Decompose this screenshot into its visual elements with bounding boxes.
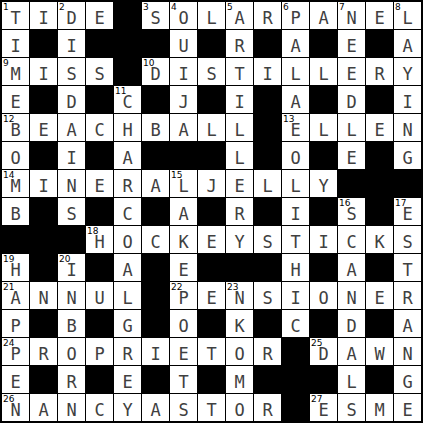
letter-cell[interactable]: R: [226, 30, 253, 57]
cell-letter: S: [58, 202, 85, 225]
letter-cell[interactable]: L: [198, 114, 225, 141]
cell-letter: L: [114, 286, 141, 309]
cell-letter: S: [338, 398, 365, 421]
cell-letter: I: [394, 90, 421, 113]
letter-cell[interactable]: S: [86, 58, 113, 85]
letter-cell[interactable]: I: [170, 58, 197, 85]
black-cell: [142, 30, 169, 57]
black-cell: [86, 198, 113, 225]
black-cell: [86, 366, 113, 393]
crossword-grid: 1TI2DE3S4OL5AR6PA7NE8LIIURAEA9MISS10DIST…: [0, 0, 423, 423]
letter-cell[interactable]: O: [310, 282, 337, 309]
letter-cell[interactable]: B: [58, 310, 85, 337]
letter-cell[interactable]: R: [254, 338, 281, 365]
cell-letter: E: [282, 118, 309, 141]
letter-cell[interactable]: Y: [310, 170, 337, 197]
black-cell: [282, 366, 309, 393]
letter-cell[interactable]: 10D: [142, 58, 169, 85]
letter-cell[interactable]: O: [226, 338, 253, 365]
cell-letter: E: [226, 174, 253, 197]
letter-cell[interactable]: E: [2, 86, 29, 113]
letter-cell[interactable]: J: [170, 86, 197, 113]
letter-cell[interactable]: A: [30, 394, 57, 421]
cell-letter: A: [114, 146, 141, 169]
letter-cell[interactable]: E: [366, 282, 393, 309]
black-cell: [30, 226, 57, 253]
letter-cell[interactable]: T: [394, 254, 421, 281]
letter-cell[interactable]: L: [198, 2, 225, 29]
letter-cell[interactable]: O: [2, 142, 29, 169]
black-cell: [86, 254, 113, 281]
cell-letter: P: [282, 6, 309, 29]
letter-cell[interactable]: 8L: [394, 2, 421, 29]
letter-cell[interactable]: L: [338, 366, 365, 393]
cell-letter: A: [170, 202, 197, 225]
letter-cell[interactable]: I: [282, 282, 309, 309]
letter-cell[interactable]: A: [142, 394, 169, 421]
letter-cell[interactable]: D: [58, 86, 85, 113]
black-cell: [254, 30, 281, 57]
black-cell: [254, 254, 281, 281]
letter-cell[interactable]: U: [170, 30, 197, 57]
cell-letter: E: [114, 370, 141, 393]
cell-letter: S: [86, 62, 113, 85]
cell-letter: H: [282, 258, 309, 281]
black-cell: [114, 58, 141, 85]
cell-letter: C: [114, 202, 141, 225]
letter-cell[interactable]: N: [394, 338, 421, 365]
cell-letter: I: [30, 6, 57, 29]
cell-letter: L: [310, 118, 337, 141]
letter-cell[interactable]: R: [394, 282, 421, 309]
letter-cell[interactable]: 17E: [394, 198, 421, 225]
letter-cell[interactable]: S: [254, 226, 281, 253]
letter-cell[interactable]: E: [86, 2, 113, 29]
cell-letter: S: [394, 230, 421, 253]
black-cell: [30, 198, 57, 225]
letter-cell[interactable]: O: [170, 310, 197, 337]
letter-cell[interactable]: E: [198, 282, 225, 309]
letter-cell[interactable]: E: [30, 114, 57, 141]
cell-letter: C: [282, 314, 309, 337]
letter-cell[interactable]: M: [366, 394, 393, 421]
cell-letter: T: [198, 398, 225, 421]
letter-cell[interactable]: 3S: [142, 2, 169, 29]
cell-letter: E: [86, 174, 113, 197]
letter-cell[interactable]: R: [366, 58, 393, 85]
cell-letter: R: [254, 342, 281, 365]
cell-letter: C: [142, 230, 169, 253]
cell-letter: I: [2, 34, 29, 57]
letter-cell[interactable]: I: [282, 198, 309, 225]
letter-cell[interactable]: T: [282, 226, 309, 253]
black-cell: [86, 30, 113, 57]
cell-letter: C: [114, 90, 141, 113]
cell-letter: E: [170, 342, 197, 365]
letter-cell[interactable]: A: [282, 30, 309, 57]
black-cell: [198, 198, 225, 225]
letter-cell[interactable]: A: [282, 86, 309, 113]
cell-letter: S: [142, 6, 169, 29]
black-cell: [366, 30, 393, 57]
cell-letter: N: [58, 398, 85, 421]
letter-cell[interactable]: K: [366, 226, 393, 253]
letter-cell[interactable]: N: [394, 114, 421, 141]
cell-letter: E: [366, 118, 393, 141]
cell-letter: H: [114, 118, 141, 141]
black-cell: [198, 30, 225, 57]
cell-letter: W: [366, 342, 393, 365]
letter-cell[interactable]: 25D: [310, 338, 337, 365]
letter-cell[interactable]: I: [30, 2, 57, 29]
cell-letter: S: [198, 62, 225, 85]
letter-cell[interactable]: O: [282, 142, 309, 169]
letter-cell[interactable]: A: [394, 310, 421, 337]
letter-cell[interactable]: E: [394, 394, 421, 421]
cell-letter: A: [394, 34, 421, 57]
cell-letter: D: [338, 314, 365, 337]
cell-letter: T: [282, 230, 309, 253]
letter-cell[interactable]: A: [170, 198, 197, 225]
letter-cell[interactable]: 2D: [58, 2, 85, 29]
letter-cell[interactable]: I: [58, 142, 85, 169]
letter-cell[interactable]: M: [226, 366, 253, 393]
letter-cell[interactable]: N: [30, 282, 57, 309]
letter-cell[interactable]: Y: [226, 226, 253, 253]
black-cell: [86, 142, 113, 169]
letter-cell[interactable]: R: [254, 394, 281, 421]
cell-letter: O: [226, 398, 253, 421]
letter-cell[interactable]: E: [114, 366, 141, 393]
black-cell: [366, 366, 393, 393]
letter-cell[interactable]: G: [114, 310, 141, 337]
letter-cell[interactable]: A: [114, 142, 141, 169]
black-cell: [394, 170, 421, 197]
letter-cell[interactable]: I: [2, 30, 29, 57]
cell-letter: L: [254, 174, 281, 197]
black-cell: [142, 86, 169, 113]
cell-letter: I: [30, 62, 57, 85]
letter-cell[interactable]: G: [394, 366, 421, 393]
letter-cell[interactable]: L: [226, 142, 253, 169]
letter-cell[interactable]: A: [338, 254, 365, 281]
cell-letter: S: [170, 398, 197, 421]
cell-letter: A: [338, 258, 365, 281]
black-cell: [310, 30, 337, 57]
black-cell: [58, 226, 85, 253]
cell-letter: M: [2, 174, 29, 197]
letter-cell[interactable]: L: [254, 170, 281, 197]
black-cell: [30, 310, 57, 337]
letter-cell[interactable]: 26N: [2, 394, 29, 421]
letter-cell[interactable]: S: [254, 282, 281, 309]
letter-cell[interactable]: C: [338, 226, 365, 253]
letter-cell[interactable]: 7N: [338, 2, 365, 29]
letter-cell[interactable]: A: [310, 2, 337, 29]
black-cell: [30, 254, 57, 281]
black-cell: [254, 142, 281, 169]
cell-letter: T: [394, 258, 421, 281]
cell-letter: A: [30, 398, 57, 421]
letter-cell[interactable]: S: [394, 226, 421, 253]
letter-cell[interactable]: A: [338, 338, 365, 365]
letter-cell[interactable]: R: [226, 198, 253, 225]
letter-cell[interactable]: 23N: [226, 282, 253, 309]
cell-letter: O: [58, 342, 85, 365]
letter-cell[interactable]: L: [310, 114, 337, 141]
letter-cell[interactable]: 11C: [114, 86, 141, 113]
cell-letter: N: [2, 398, 29, 421]
letter-cell[interactable]: Y: [114, 394, 141, 421]
cell-letter: H: [86, 230, 113, 253]
letter-cell[interactable]: I: [254, 58, 281, 85]
letter-cell[interactable]: D: [338, 310, 365, 337]
letter-cell[interactable]: A: [142, 170, 169, 197]
letter-cell[interactable]: R: [254, 2, 281, 29]
letter-cell[interactable]: B: [142, 114, 169, 141]
cell-letter: A: [142, 174, 169, 197]
letter-cell[interactable]: E: [366, 2, 393, 29]
cell-letter: P: [170, 286, 197, 309]
black-cell: [366, 254, 393, 281]
black-cell: [366, 310, 393, 337]
letter-cell[interactable]: L: [338, 114, 365, 141]
letter-cell[interactable]: R: [30, 338, 57, 365]
cell-letter: E: [170, 258, 197, 281]
letter-cell[interactable]: 1T: [2, 2, 29, 29]
cell-letter: L: [198, 118, 225, 141]
letter-cell[interactable]: N: [58, 170, 85, 197]
letter-cell[interactable]: 24P: [2, 338, 29, 365]
letter-cell[interactable]: T: [170, 366, 197, 393]
cell-letter: Y: [226, 230, 253, 253]
black-cell: [366, 198, 393, 225]
letter-cell[interactable]: 14M: [2, 170, 29, 197]
letter-cell[interactable]: E: [198, 226, 225, 253]
cell-letter: N: [58, 286, 85, 309]
letter-cell[interactable]: A: [394, 30, 421, 57]
letter-cell[interactable]: D: [338, 86, 365, 113]
letter-cell[interactable]: 4O: [170, 2, 197, 29]
cell-letter: E: [198, 230, 225, 253]
black-cell: [142, 198, 169, 225]
cell-letter: I: [170, 62, 197, 85]
black-cell: [142, 366, 169, 393]
cell-letter: R: [226, 202, 253, 225]
letter-cell[interactable]: L: [114, 282, 141, 309]
cell-letter: M: [366, 398, 393, 421]
letter-cell[interactable]: O: [114, 226, 141, 253]
letter-cell[interactable]: E: [170, 338, 197, 365]
cell-letter: D: [58, 6, 85, 29]
letter-cell[interactable]: I: [226, 86, 253, 113]
cell-letter: C: [338, 230, 365, 253]
letter-cell[interactable]: B: [2, 198, 29, 225]
letter-cell[interactable]: W: [366, 338, 393, 365]
letter-cell[interactable]: C: [86, 114, 113, 141]
cell-letter: L: [394, 6, 421, 29]
letter-cell[interactable]: A: [170, 114, 197, 141]
black-cell: [142, 254, 169, 281]
letter-cell[interactable]: S: [170, 394, 197, 421]
letter-cell[interactable]: E: [338, 30, 365, 57]
cell-letter: S: [338, 202, 365, 225]
cell-letter: R: [30, 342, 57, 365]
letter-cell[interactable]: K: [170, 226, 197, 253]
letter-cell[interactable]: R: [114, 170, 141, 197]
cell-letter: L: [338, 370, 365, 393]
black-cell: [226, 254, 253, 281]
letter-cell[interactable]: E: [338, 142, 365, 169]
cell-letter: Y: [394, 62, 421, 85]
black-cell: [30, 30, 57, 57]
letter-cell[interactable]: 16S: [338, 198, 365, 225]
cell-letter: L: [170, 174, 197, 197]
letter-cell[interactable]: O: [226, 394, 253, 421]
cell-letter: E: [338, 62, 365, 85]
letter-cell[interactable]: H: [282, 254, 309, 281]
cell-letter: N: [338, 286, 365, 309]
cell-letter: R: [254, 398, 281, 421]
letter-cell[interactable]: A: [58, 114, 85, 141]
letter-cell[interactable]: 18H: [86, 226, 113, 253]
cell-letter: A: [310, 6, 337, 29]
letter-cell[interactable]: E: [170, 254, 197, 281]
letter-cell[interactable]: T: [198, 394, 225, 421]
cell-letter: C: [86, 118, 113, 141]
letter-cell[interactable]: P: [2, 310, 29, 337]
letter-cell[interactable]: P: [86, 338, 113, 365]
black-cell: [310, 310, 337, 337]
cell-letter: N: [226, 286, 253, 309]
letter-cell[interactable]: H: [114, 114, 141, 141]
black-cell: [310, 366, 337, 393]
letter-cell[interactable]: O: [58, 338, 85, 365]
cell-letter: A: [338, 342, 365, 365]
black-cell: [30, 86, 57, 113]
letter-cell[interactable]: U: [86, 282, 113, 309]
cell-letter: J: [198, 174, 225, 197]
letter-cell[interactable]: N: [58, 394, 85, 421]
letter-cell[interactable]: I: [394, 86, 421, 113]
letter-cell[interactable]: I: [30, 170, 57, 197]
letter-cell[interactable]: E: [86, 170, 113, 197]
letter-cell[interactable]: S: [198, 58, 225, 85]
black-cell: [282, 338, 309, 365]
cell-letter: N: [394, 342, 421, 365]
cell-letter: E: [394, 202, 421, 225]
cell-letter: A: [226, 6, 253, 29]
cell-letter: O: [282, 146, 309, 169]
letter-cell[interactable]: Y: [394, 58, 421, 85]
letter-cell[interactable]: E: [338, 58, 365, 85]
cell-letter: S: [58, 62, 85, 85]
letter-cell[interactable]: K: [226, 310, 253, 337]
letter-cell[interactable]: N: [58, 282, 85, 309]
letter-cell[interactable]: C: [142, 226, 169, 253]
letter-cell[interactable]: G: [394, 142, 421, 169]
letter-cell[interactable]: L: [282, 170, 309, 197]
letter-cell[interactable]: 13E: [282, 114, 309, 141]
cell-letter: M: [226, 370, 253, 393]
letter-cell[interactable]: E: [366, 114, 393, 141]
cell-letter: S: [254, 286, 281, 309]
letter-cell[interactable]: E: [226, 170, 253, 197]
letter-cell[interactable]: 19H: [2, 254, 29, 281]
letter-cell[interactable]: 21A: [2, 282, 29, 309]
black-cell: [198, 142, 225, 169]
black-cell: [310, 254, 337, 281]
letter-cell[interactable]: J: [198, 170, 225, 197]
cell-letter: I: [58, 258, 85, 281]
cell-letter: A: [142, 398, 169, 421]
black-cell: [338, 170, 365, 197]
letter-cell[interactable]: C: [282, 310, 309, 337]
cell-letter: E: [338, 34, 365, 57]
black-cell: [310, 142, 337, 169]
letter-cell[interactable]: R: [114, 338, 141, 365]
black-cell: [142, 282, 169, 309]
letter-cell[interactable]: I: [30, 58, 57, 85]
letter-cell[interactable]: T: [226, 58, 253, 85]
letter-cell[interactable]: 6P: [282, 2, 309, 29]
letter-cell[interactable]: I: [142, 338, 169, 365]
letter-cell[interactable]: N: [338, 282, 365, 309]
black-cell: [254, 366, 281, 393]
black-cell: [142, 142, 169, 169]
cell-letter: T: [170, 370, 197, 393]
letter-cell[interactable]: C: [86, 394, 113, 421]
black-cell: [86, 86, 113, 113]
letter-cell[interactable]: L: [310, 58, 337, 85]
cell-letter: G: [114, 314, 141, 337]
letter-cell[interactable]: 20I: [58, 254, 85, 281]
cell-letter: E: [310, 398, 337, 421]
letter-cell[interactable]: A: [114, 254, 141, 281]
letter-cell[interactable]: C: [114, 198, 141, 225]
letter-cell[interactable]: S: [58, 198, 85, 225]
letter-cell[interactable]: 15L: [170, 170, 197, 197]
cell-letter: B: [2, 202, 29, 225]
cell-letter: E: [366, 286, 393, 309]
letter-cell[interactable]: 9M: [2, 58, 29, 85]
cell-letter: B: [2, 118, 29, 141]
black-cell: [310, 86, 337, 113]
cell-letter: B: [142, 118, 169, 141]
cell-letter: A: [282, 90, 309, 113]
letter-cell[interactable]: L: [226, 114, 253, 141]
cell-letter: O: [310, 286, 337, 309]
letter-cell[interactable]: L: [282, 58, 309, 85]
letter-cell[interactable]: 5A: [226, 2, 253, 29]
letter-cell[interactable]: S: [58, 58, 85, 85]
black-cell: [366, 86, 393, 113]
letter-cell[interactable]: E: [2, 366, 29, 393]
letter-cell[interactable]: R: [58, 366, 85, 393]
cell-letter: R: [394, 286, 421, 309]
letter-cell[interactable]: T: [198, 338, 225, 365]
letter-cell[interactable]: I: [58, 30, 85, 57]
cell-letter: R: [58, 370, 85, 393]
letter-cell[interactable]: 12B: [2, 114, 29, 141]
letter-cell[interactable]: S: [338, 394, 365, 421]
black-cell: [366, 170, 393, 197]
letter-cell[interactable]: 22P: [170, 282, 197, 309]
cell-letter: L: [282, 62, 309, 85]
letter-cell[interactable]: 27E: [310, 394, 337, 421]
letter-cell[interactable]: I: [310, 226, 337, 253]
black-cell: [198, 254, 225, 281]
